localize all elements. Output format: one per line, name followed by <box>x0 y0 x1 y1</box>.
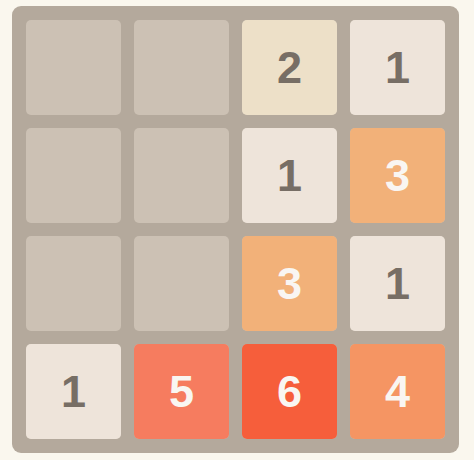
board-cell <box>134 20 229 115</box>
tile-1: 1 <box>242 128 337 223</box>
board-cell: 1 <box>242 128 337 223</box>
board-cell: 6 <box>242 344 337 439</box>
board-cell <box>134 128 229 223</box>
board-cell: 1 <box>350 20 445 115</box>
board-cell: 4 <box>350 344 445 439</box>
board-cell <box>26 236 121 331</box>
board-cell <box>26 20 121 115</box>
board-cell: 3 <box>242 236 337 331</box>
board-cell: 3 <box>350 128 445 223</box>
board-cell <box>26 128 121 223</box>
board-cell: 1 <box>26 344 121 439</box>
board-grid[interactable]: 2113311564 <box>12 6 459 453</box>
tile-1: 1 <box>350 236 445 331</box>
tile-3: 3 <box>350 128 445 223</box>
board-cell <box>134 236 229 331</box>
tile-3: 3 <box>242 236 337 331</box>
tile-1: 1 <box>26 344 121 439</box>
board-cell: 5 <box>134 344 229 439</box>
tile-2: 2 <box>242 20 337 115</box>
tile-6: 6 <box>242 344 337 439</box>
board-cell: 2 <box>242 20 337 115</box>
tile-5: 5 <box>134 344 229 439</box>
tile-1: 1 <box>350 20 445 115</box>
tile-4: 4 <box>350 344 445 439</box>
board-cell: 1 <box>350 236 445 331</box>
